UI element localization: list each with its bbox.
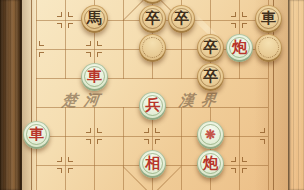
piece-face-hidden <box>140 35 165 60</box>
cannon-point-marker <box>242 168 247 173</box>
piece-red-hidden-f6r6[interactable]: ❋ <box>197 121 224 149</box>
grid-line-file-1-bottom <box>65 107 66 190</box>
piece-red-elephant-f4r7[interactable]: 相 <box>139 150 166 178</box>
cannon-point-marker <box>57 12 62 17</box>
soldier-point-marker <box>97 139 102 144</box>
piece-face: 炮 <box>198 151 223 176</box>
cannon-point-marker <box>57 157 62 162</box>
piece-face: 馬 <box>82 6 107 31</box>
piece-face-hidden: ❋ <box>198 122 223 147</box>
piece-black-soldier-f6r3[interactable]: 卒 <box>197 34 224 62</box>
cannon-point-marker <box>57 23 62 28</box>
piece-face: 車 <box>24 122 49 147</box>
piece-character: 車 <box>24 122 49 147</box>
piece-face: 卒 <box>169 6 194 31</box>
frame-shadow-left <box>22 0 36 190</box>
cannon-point-marker <box>68 157 73 162</box>
piece-face: 卒 <box>198 35 223 60</box>
river-label-right: 漢界 <box>178 91 224 111</box>
cannon-point-marker <box>68 12 73 17</box>
grid-line-file-5-bottom <box>181 107 182 190</box>
cannon-point-marker <box>231 168 236 173</box>
soldier-point-marker <box>86 139 91 144</box>
piece-face: 卒 <box>140 6 165 31</box>
grid-line-file-1-top <box>65 0 66 79</box>
piece-character: ❋ <box>198 122 223 147</box>
cannon-point-marker <box>242 157 247 162</box>
piece-black-hidden-f8r3[interactable] <box>255 34 282 62</box>
cannon-point-marker <box>68 168 73 173</box>
piece-character: 卒 <box>198 64 223 89</box>
piece-red-cannon-f7r3[interactable]: 炮 <box>226 34 253 62</box>
soldier-point-marker <box>86 52 91 57</box>
river-label-left: 楚河 <box>61 91 107 111</box>
grid-line-file-3-bottom <box>123 107 124 190</box>
cannon-point-marker <box>231 157 236 162</box>
soldier-point-marker <box>155 139 160 144</box>
grid-line-file-3-top <box>123 0 124 79</box>
soldier-point-marker <box>155 128 160 133</box>
piece-face: 兵 <box>140 93 165 118</box>
piece-black-horse-f2r2[interactable]: 馬 <box>81 5 108 33</box>
piece-character: 炮 <box>227 35 252 60</box>
soldier-point-marker <box>97 41 102 46</box>
piece-character: 卒 <box>198 35 223 60</box>
piece-black-soldier-f4r2[interactable]: 卒 <box>139 5 166 33</box>
soldier-point-marker <box>86 41 91 46</box>
cannon-point-marker <box>57 168 62 173</box>
soldier-point-marker <box>39 41 44 46</box>
soldier-point-marker <box>39 52 44 57</box>
soldier-point-marker <box>97 52 102 57</box>
grid-line-file-7-bottom <box>239 107 240 190</box>
piece-character: 卒 <box>169 6 194 31</box>
soldier-point-marker <box>144 139 149 144</box>
cannon-point-marker <box>231 12 236 17</box>
piece-character: 卒 <box>140 6 165 31</box>
piece-face: 車 <box>82 64 107 89</box>
piece-face-hidden <box>256 35 281 60</box>
xiangqi-board-screenshot: 楚河 漢界 馬卒卒車卒炮車卒兵車❋相炮 <box>0 0 304 190</box>
piece-character: 炮 <box>198 151 223 176</box>
piece-character: 兵 <box>140 93 165 118</box>
grid-line-file-0 <box>36 0 37 190</box>
piece-character: 馬 <box>82 6 107 31</box>
piece-character: 車 <box>256 6 281 31</box>
piece-red-chariot-f0r6[interactable]: 車 <box>23 121 50 149</box>
piece-character <box>256 35 281 60</box>
soldier-point-marker <box>97 128 102 133</box>
grid-line-file-2-bottom <box>94 107 95 190</box>
piece-character: 相 <box>140 151 165 176</box>
piece-face: 炮 <box>227 35 252 60</box>
piece-red-chariot-f2r4[interactable]: 車 <box>81 63 108 91</box>
soldier-point-marker <box>86 128 91 133</box>
piece-face-hidden <box>140 0 165 2</box>
piece-face: 相 <box>140 151 165 176</box>
piece-face: 車 <box>256 6 281 31</box>
piece-black-soldier-f5r2[interactable]: 卒 <box>168 5 195 33</box>
piece-black-hidden-f4r3[interactable] <box>139 34 166 62</box>
piece-red-soldier-f4r5[interactable]: 兵 <box>139 92 166 120</box>
cannon-point-marker <box>242 23 247 28</box>
piece-face: 卒 <box>198 64 223 89</box>
piece-character <box>140 0 165 2</box>
piece-black-chariot-f8r2[interactable]: 車 <box>255 5 282 33</box>
wooden-frame-left <box>0 0 22 190</box>
wooden-frame-right <box>288 0 304 190</box>
cannon-point-marker <box>242 12 247 17</box>
soldier-point-marker <box>144 128 149 133</box>
cannon-point-marker <box>68 23 73 28</box>
piece-black-soldier-f6r4[interactable]: 卒 <box>197 63 224 91</box>
piece-red-cannon-f6r7[interactable]: 炮 <box>197 150 224 178</box>
cannon-point-marker <box>231 23 236 28</box>
piece-character: 車 <box>82 64 107 89</box>
piece-character <box>140 35 165 60</box>
